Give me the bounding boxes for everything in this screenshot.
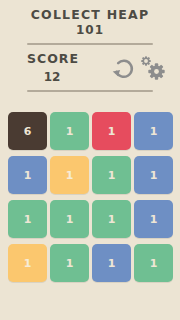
tile-green-1[interactable]: 1 bbox=[92, 200, 131, 238]
gears-icon bbox=[138, 53, 168, 83]
board: 6111111111111111 bbox=[8, 112, 173, 282]
tile-brown-6[interactable]: 6 bbox=[8, 112, 47, 150]
tile-value: 1 bbox=[150, 125, 158, 138]
tile-value: 1 bbox=[24, 169, 32, 182]
tile-green-1[interactable]: 1 bbox=[92, 156, 131, 194]
tile-value: 1 bbox=[66, 125, 74, 138]
score-value: 12 bbox=[27, 70, 77, 84]
tile-yellow-1[interactable]: 1 bbox=[50, 156, 89, 194]
tile-value: 1 bbox=[108, 169, 116, 182]
game-screen: COLLECT HEAP 101 SCORE 12 bbox=[0, 0, 180, 320]
tile-yellow-1[interactable]: 1 bbox=[8, 244, 47, 282]
score-label: SCORE bbox=[27, 51, 77, 66]
restart-button[interactable] bbox=[111, 56, 137, 82]
tile-value: 1 bbox=[24, 257, 32, 270]
tile-blue-1[interactable]: 1 bbox=[134, 112, 173, 150]
tile-blue-1[interactable]: 1 bbox=[8, 156, 47, 194]
tile-value: 1 bbox=[66, 213, 74, 226]
tile-blue-1[interactable]: 1 bbox=[92, 244, 131, 282]
score-block: SCORE 12 bbox=[27, 51, 77, 84]
tile-green-1[interactable]: 1 bbox=[50, 200, 89, 238]
tile-blue-1[interactable]: 1 bbox=[134, 200, 173, 238]
tile-value: 1 bbox=[150, 257, 158, 270]
tile-green-1[interactable]: 1 bbox=[50, 244, 89, 282]
tile-value: 6 bbox=[24, 125, 32, 138]
restart-icon bbox=[111, 56, 137, 82]
settings-button[interactable] bbox=[138, 53, 168, 83]
tile-green-1[interactable]: 1 bbox=[8, 200, 47, 238]
tile-value: 1 bbox=[108, 125, 116, 138]
tile-value: 1 bbox=[24, 213, 32, 226]
tile-value: 1 bbox=[150, 169, 158, 182]
tile-value: 1 bbox=[66, 257, 74, 270]
score-divider bbox=[27, 90, 153, 92]
tile-green-1[interactable]: 1 bbox=[134, 244, 173, 282]
header-divider bbox=[27, 43, 153, 45]
tile-green-1[interactable]: 1 bbox=[50, 112, 89, 150]
collect-heap-target-value: 101 bbox=[0, 23, 180, 37]
tile-value: 1 bbox=[108, 257, 116, 270]
collect-heap-title: COLLECT HEAP bbox=[0, 7, 180, 22]
tile-blue-1[interactable]: 1 bbox=[134, 156, 173, 194]
tile-value: 1 bbox=[108, 213, 116, 226]
tile-value: 1 bbox=[150, 213, 158, 226]
tile-red-1[interactable]: 1 bbox=[92, 112, 131, 150]
tile-value: 1 bbox=[66, 169, 74, 182]
